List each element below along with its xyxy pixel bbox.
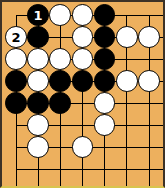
- white-stone[interactable]: [138, 70, 160, 92]
- intersection-c7-r2[interactable]: [138, 26, 160, 48]
- black-stone[interactable]: [5, 92, 27, 114]
- intersection-c1-r7[interactable]: [5, 136, 27, 158]
- intersection-c3-r8[interactable]: [49, 158, 71, 180]
- go-diagram: 12: [0, 0, 165, 188]
- intersection-c5-r6[interactable]: [94, 114, 116, 136]
- black-stone-move-1[interactable]: 1: [27, 4, 49, 26]
- intersection-c2-r5[interactable]: [27, 92, 49, 114]
- white-stone[interactable]: [27, 70, 49, 92]
- intersection-c5-r5[interactable]: [94, 92, 116, 114]
- white-stone[interactable]: [116, 26, 138, 48]
- intersection-c4-r1[interactable]: [71, 4, 93, 26]
- white-stone[interactable]: [49, 4, 71, 26]
- intersection-c4-r2[interactable]: [71, 26, 93, 48]
- intersection-c6-r8[interactable]: [116, 158, 138, 180]
- white-stone[interactable]: [72, 4, 94, 26]
- intersection-c4-r5[interactable]: [71, 92, 93, 114]
- move-number-label: 2: [11, 31, 20, 44]
- white-stone[interactable]: [94, 92, 116, 114]
- intersection-c2-r8[interactable]: [27, 158, 49, 180]
- white-stone[interactable]: [27, 48, 49, 70]
- black-stone[interactable]: [49, 92, 71, 114]
- white-stone[interactable]: [138, 26, 160, 48]
- intersection-c4-r6[interactable]: [71, 114, 93, 136]
- intersection-c6-r3[interactable]: [116, 48, 138, 70]
- intersection-c3-r2[interactable]: [49, 26, 71, 48]
- white-stone[interactable]: [72, 26, 94, 48]
- intersection-c4-r8[interactable]: [71, 158, 93, 180]
- intersection-c1-r5[interactable]: [5, 92, 27, 114]
- intersection-c6-r1[interactable]: [116, 4, 138, 26]
- intersection-c5-r1[interactable]: [94, 4, 116, 26]
- board-grid: 12: [5, 4, 160, 180]
- intersection-c4-r3[interactable]: [71, 48, 93, 70]
- white-stone[interactable]: [49, 48, 71, 70]
- go-board: 12: [0, 0, 165, 188]
- white-stone[interactable]: [5, 48, 27, 70]
- intersection-c3-r1[interactable]: [49, 4, 71, 26]
- intersection-c2-r4[interactable]: [27, 70, 49, 92]
- intersection-c5-r2[interactable]: [94, 26, 116, 48]
- intersection-c3-r6[interactable]: [49, 114, 71, 136]
- intersection-c6-r7[interactable]: [116, 136, 138, 158]
- intersection-c5-r7[interactable]: [94, 136, 116, 158]
- black-stone[interactable]: [5, 70, 27, 92]
- white-stone[interactable]: [94, 114, 116, 136]
- intersection-c1-r1[interactable]: [5, 4, 27, 26]
- black-stone[interactable]: [94, 4, 116, 26]
- move-number-label: 1: [34, 9, 43, 22]
- intersection-c5-r8[interactable]: [94, 158, 116, 180]
- intersection-c7-r5[interactable]: [138, 92, 160, 114]
- intersection-c7-r3[interactable]: [138, 48, 160, 70]
- intersection-c1-r8[interactable]: [5, 158, 27, 180]
- intersection-c3-r5[interactable]: [49, 92, 71, 114]
- intersection-c2-r7[interactable]: [27, 136, 49, 158]
- intersection-c7-r6[interactable]: [138, 114, 160, 136]
- intersection-c2-r6[interactable]: [27, 114, 49, 136]
- white-stone[interactable]: [116, 70, 138, 92]
- intersection-c4-r7[interactable]: [71, 136, 93, 158]
- intersection-c1-r2[interactable]: 2: [5, 26, 27, 48]
- intersection-c3-r7[interactable]: [49, 136, 71, 158]
- black-stone[interactable]: [27, 26, 49, 48]
- white-stone[interactable]: [72, 48, 94, 70]
- intersection-c6-r4[interactable]: [116, 70, 138, 92]
- intersection-c6-r2[interactable]: [116, 26, 138, 48]
- intersection-c1-r4[interactable]: [5, 70, 27, 92]
- intersection-c3-r3[interactable]: [49, 48, 71, 70]
- white-stone[interactable]: [27, 114, 49, 136]
- intersection-c7-r1[interactable]: [138, 4, 160, 26]
- intersection-c2-r2[interactable]: [27, 26, 49, 48]
- intersection-c1-r6[interactable]: [5, 114, 27, 136]
- white-stone[interactable]: [72, 136, 94, 158]
- intersection-c5-r4[interactable]: [94, 70, 116, 92]
- black-stone[interactable]: [49, 70, 71, 92]
- intersection-c2-r3[interactable]: [27, 48, 49, 70]
- intersection-c7-r7[interactable]: [138, 136, 160, 158]
- intersection-c6-r5[interactable]: [116, 92, 138, 114]
- black-stone[interactable]: [72, 70, 94, 92]
- intersection-c2-r1[interactable]: 1: [27, 4, 49, 26]
- white-stone[interactable]: [27, 136, 49, 158]
- black-stone[interactable]: [94, 26, 116, 48]
- intersection-c5-r3[interactable]: [94, 48, 116, 70]
- black-stone[interactable]: [94, 70, 116, 92]
- intersection-c7-r4[interactable]: [138, 70, 160, 92]
- intersection-c7-r8[interactable]: [138, 158, 160, 180]
- black-stone[interactable]: [94, 48, 116, 70]
- intersection-c1-r3[interactable]: [5, 48, 27, 70]
- intersection-c6-r6[interactable]: [116, 114, 138, 136]
- white-stone-move-2[interactable]: 2: [5, 26, 27, 48]
- intersection-c3-r4[interactable]: [49, 70, 71, 92]
- intersection-c4-r4[interactable]: [71, 70, 93, 92]
- black-stone[interactable]: [27, 92, 49, 114]
